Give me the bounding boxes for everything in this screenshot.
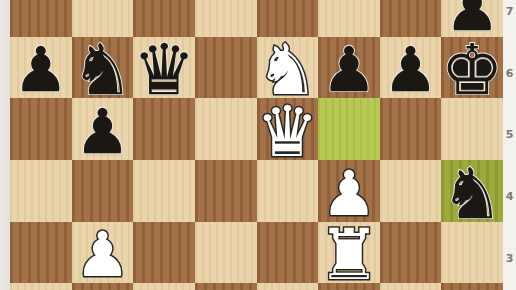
square-d5[interactable]	[195, 98, 257, 160]
piece-black-pawn-b5[interactable]: ♟	[72, 101, 134, 163]
square-e2[interactable]	[257, 283, 319, 290]
square-a4[interactable]	[10, 160, 72, 222]
square-d2[interactable]	[195, 283, 257, 290]
rank-coordinates-strip	[503, 0, 516, 290]
left-page-margin	[0, 0, 10, 290]
square-a3[interactable]	[10, 222, 72, 284]
piece-black-pawn-g6[interactable]: ♟	[380, 40, 442, 102]
square-d4[interactable]	[195, 160, 257, 222]
square-b3[interactable]: ♟	[72, 222, 134, 284]
square-f7[interactable]	[318, 0, 380, 37]
rank-label-3: 3	[503, 252, 516, 265]
rank-label-6: 6	[503, 67, 516, 80]
square-d7[interactable]	[195, 0, 257, 37]
square-c3[interactable]	[133, 222, 195, 284]
square-c5[interactable]	[133, 98, 195, 160]
square-h3[interactable]	[441, 222, 503, 284]
square-h2[interactable]	[441, 283, 503, 290]
rank-label-4: 4	[503, 190, 516, 203]
square-g2[interactable]	[380, 283, 442, 290]
rank-label-5: 5	[503, 128, 516, 141]
square-g3[interactable]	[380, 222, 442, 284]
square-c2[interactable]	[133, 283, 195, 290]
square-b4[interactable]	[72, 160, 134, 222]
square-c4[interactable]	[133, 160, 195, 222]
square-e6[interactable]: ♞	[257, 37, 319, 99]
square-b2[interactable]	[72, 283, 134, 290]
square-h5[interactable]	[441, 98, 503, 160]
square-a7[interactable]	[10, 0, 72, 37]
piece-black-king-h6[interactable]: ♚	[441, 40, 503, 102]
square-f4[interactable]: ♟	[318, 160, 380, 222]
square-b5[interactable]: ♟	[72, 98, 134, 160]
piece-black-pawn-a6[interactable]: ♟	[10, 40, 72, 102]
square-g6[interactable]: ♟	[380, 37, 442, 99]
square-h4[interactable]: ♞	[441, 160, 503, 222]
square-a6[interactable]: ♟	[10, 37, 72, 99]
piece-white-queen-e5[interactable]: ♛	[257, 101, 319, 163]
piece-black-pawn-f6[interactable]: ♟	[318, 40, 380, 102]
piece-black-queen-c6[interactable]: ♛	[133, 40, 195, 102]
square-e4[interactable]	[257, 160, 319, 222]
square-f6[interactable]: ♟	[318, 37, 380, 99]
piece-black-knight-b6[interactable]: ♞	[72, 40, 134, 102]
square-g5[interactable]	[380, 98, 442, 160]
square-e3[interactable]	[257, 222, 319, 284]
square-d6[interactable]	[195, 37, 257, 99]
square-h6[interactable]: ♚	[441, 37, 503, 99]
piece-white-pawn-b3[interactable]: ♟	[72, 225, 134, 287]
square-a5[interactable]	[10, 98, 72, 160]
square-a2[interactable]	[10, 283, 72, 290]
square-f5[interactable]	[318, 98, 380, 160]
square-d3[interactable]	[195, 222, 257, 284]
square-c6[interactable]: ♛	[133, 37, 195, 99]
square-b6[interactable]: ♞	[72, 37, 134, 99]
piece-black-knight-h4[interactable]: ♞	[441, 163, 503, 225]
square-f2[interactable]	[318, 283, 380, 290]
square-f3[interactable]: ♜	[318, 222, 380, 284]
chess-app-frame: ♟♟♞♛♞♟♟♚♟♛♟♞♟♜ 76543	[0, 0, 516, 290]
square-g7[interactable]	[380, 0, 442, 37]
square-g4[interactable]	[380, 160, 442, 222]
piece-white-rook-f3[interactable]: ♜	[318, 225, 380, 287]
chess-board[interactable]: ♟♟♞♛♞♟♟♚♟♛♟♞♟♜	[10, 0, 503, 290]
square-e5[interactable]: ♛	[257, 98, 319, 160]
rank-label-7: 7	[503, 5, 516, 18]
